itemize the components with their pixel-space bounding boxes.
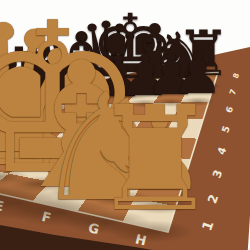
chess-set-photo: EFGH12345678 ♜♞♝♛♚♝♞♜♟♟♟♟♟♟♟♟♟♟♟♟♟♟♛♚♝♞♜ (0, 0, 250, 250)
piece-white-r-h1[interactable]: ♜ (90, 87, 210, 231)
pieces-layer: ♜♞♝♛♚♝♞♜♟♟♟♟♟♟♟♟♟♟♟♟♟♟♛♚♝♞♜ (0, 0, 250, 250)
